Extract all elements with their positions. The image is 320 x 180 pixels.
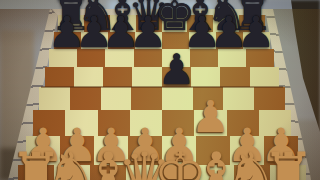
scene: ♜♞♝♛♚♝♞♜♟♟♟♟♟♟♟♟♟♟♟♟♟♟♟♟♜♞♝♛♚♝♞♜ <box>0 0 320 180</box>
pieces-layer: ♜♞♝♛♚♝♞♜♟♟♟♟♟♟♟♟♟♟♟♟♟♟♟♟♜♞♝♛♚♝♞♜ <box>0 0 320 180</box>
piece-white-rook-h1[interactable]: ♜ <box>262 144 316 180</box>
piece-black-pawn-h7[interactable]: ♟ <box>237 11 276 54</box>
piece-black-pawn-e5[interactable]: ♟ <box>158 49 196 91</box>
